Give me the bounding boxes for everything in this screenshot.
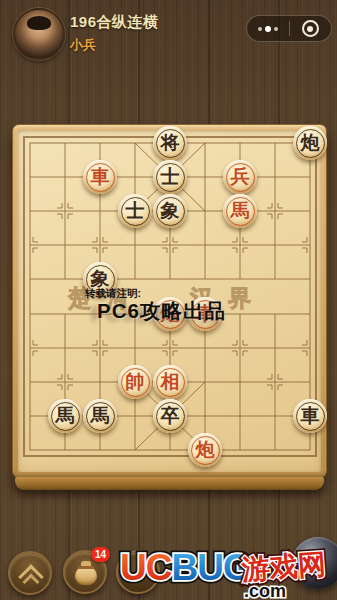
hint-count-badge: 14 xyxy=(91,547,110,562)
piece-character: 車 xyxy=(301,403,320,429)
piece-character: 帥 xyxy=(126,369,145,395)
piece-black-horse[interactable]: 馬 xyxy=(83,399,117,433)
piece-black-general[interactable]: 将 xyxy=(153,126,187,160)
logo-ucbug-text: UCBUG xyxy=(120,547,251,588)
piece-character: 士 xyxy=(126,198,145,224)
piece-character: 馬 xyxy=(91,403,110,429)
piece-character: 卒 xyxy=(161,403,180,429)
piece-character: 将 xyxy=(161,130,180,156)
piece-character: 兵 xyxy=(231,164,250,190)
piece-character: 象 xyxy=(161,198,180,224)
piece-red-chariot[interactable]: 車 xyxy=(83,160,117,194)
piece-black-soldier[interactable]: 卒 xyxy=(153,399,187,433)
collapse-button[interactable] xyxy=(8,551,52,595)
dot-icon xyxy=(274,27,278,31)
watermark-brand: PC6攻略出品 xyxy=(97,297,226,325)
close-minigame-button[interactable] xyxy=(290,16,332,41)
piece-red-horse[interactable]: 馬 xyxy=(223,194,257,228)
money-bag-icon xyxy=(75,566,97,585)
piece-black-advisor[interactable]: 士 xyxy=(153,160,187,194)
logo-domain-text: .com xyxy=(244,581,286,600)
piece-character: 馬 xyxy=(56,403,75,429)
piece-red-soldier[interactable]: 兵 xyxy=(223,160,257,194)
piece-character: 馬 xyxy=(231,198,250,224)
ucbug-watermark-logo: UCBUG UCBUG 游戏网 游戏网 .com xyxy=(118,539,337,600)
piece-character: 炮 xyxy=(301,130,320,156)
piece-black-cannon[interactable]: 炮 xyxy=(293,126,327,160)
logo-site-text: 游戏网 xyxy=(240,548,327,585)
piece-black-chariot[interactable]: 車 xyxy=(293,399,327,433)
piece-character: 車 xyxy=(91,164,110,190)
piece-black-horse[interactable]: 馬 xyxy=(48,399,82,433)
piece-red-elephant[interactable]: 相 xyxy=(153,365,187,399)
piece-red-general[interactable]: 帥 xyxy=(118,365,152,399)
hint-coins-button[interactable]: 14 xyxy=(63,550,107,594)
wechat-capsule xyxy=(246,15,332,42)
player-rank-label: 小兵 xyxy=(70,36,96,54)
piece-character: 士 xyxy=(161,164,180,190)
piece-character: 炮 xyxy=(196,437,215,463)
app-background: { "game": "xiangqi", "header": { "level_… xyxy=(0,0,337,600)
piece-character: 相 xyxy=(161,369,180,395)
piece-black-elephant[interactable]: 象 xyxy=(153,194,187,228)
dot-icon xyxy=(265,26,271,32)
close-circle-icon xyxy=(302,20,319,37)
level-title: 196合纵连横 xyxy=(70,13,159,32)
piece-black-advisor[interactable]: 士 xyxy=(118,194,152,228)
player-avatar[interactable] xyxy=(13,8,65,60)
more-options-button[interactable] xyxy=(247,16,289,41)
piece-red-cannon[interactable]: 炮 xyxy=(188,433,222,467)
dot-icon xyxy=(258,27,262,31)
